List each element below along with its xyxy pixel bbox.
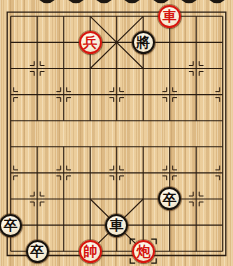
piece-glyph: 車 xyxy=(110,218,124,232)
board-cell: 卒 xyxy=(156,186,183,212)
board-cell: 卒 xyxy=(0,212,24,238)
piece-black-chariot[interactable]: 車 xyxy=(105,214,128,237)
board-cell: 兵 xyxy=(77,29,104,55)
piece-glyph: 車 xyxy=(163,9,177,23)
piece-glyph: 炮 xyxy=(136,244,150,258)
piece-red-chariot[interactable]: 車 xyxy=(158,5,181,28)
board-cell: 車 xyxy=(103,212,130,238)
piece-grid: 車兵將卒卒車卒帥炮 xyxy=(0,3,233,264)
piece-glyph: 卒 xyxy=(163,191,177,205)
xiangqi-board[interactable]: 車兵將卒卒車卒帥炮 xyxy=(0,0,233,266)
piece-glyph: 帥 xyxy=(83,244,97,258)
piece-black-soldier-bottom[interactable]: 卒 xyxy=(26,240,49,263)
piece-red-general[interactable]: 帥 xyxy=(79,240,102,263)
board-cell: 車 xyxy=(156,3,183,29)
board-cell: 卒 xyxy=(24,238,51,264)
piece-glyph: 卒 xyxy=(4,218,18,232)
piece-black-soldier-left[interactable]: 卒 xyxy=(0,214,22,237)
piece-black-soldier-right[interactable]: 卒 xyxy=(158,187,181,210)
board-cell: 帥 xyxy=(77,238,104,264)
piece-glyph: 兵 xyxy=(83,35,97,49)
piece-red-cannon[interactable]: 炮 xyxy=(132,240,155,263)
piece-red-soldier[interactable]: 兵 xyxy=(79,31,102,54)
piece-black-general[interactable]: 將 xyxy=(132,31,155,54)
piece-glyph: 卒 xyxy=(30,244,44,258)
board-cell: 將 xyxy=(130,29,157,55)
piece-glyph: 將 xyxy=(136,35,150,49)
board-cell: 炮 xyxy=(130,238,157,264)
